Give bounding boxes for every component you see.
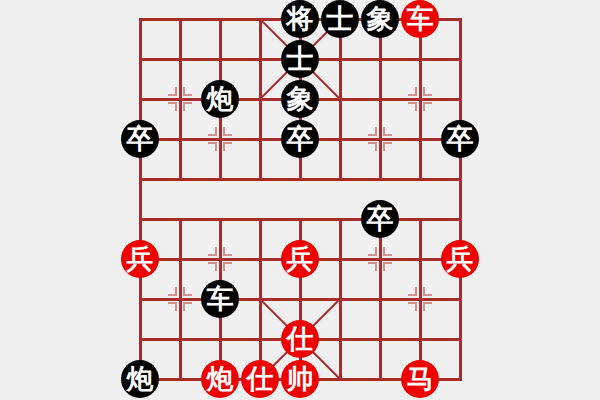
black-elephant-piece[interactable]: 象 bbox=[281, 80, 319, 118]
red-general-piece[interactable]: 帅 bbox=[281, 360, 319, 398]
pieces-layer: 将士象车士炮象卒卒卒卒兵兵兵车仕炮炮仕帅马 bbox=[120, 0, 480, 399]
black-advisor-piece[interactable]: 士 bbox=[321, 0, 359, 38]
black-soldier-piece[interactable]: 卒 bbox=[281, 120, 319, 158]
black-general-piece[interactable]: 将 bbox=[281, 0, 319, 38]
red-cannon-piece[interactable]: 炮 bbox=[201, 360, 239, 398]
black-chariot-piece[interactable]: 车 bbox=[201, 280, 239, 318]
black-cannon-piece[interactable]: 炮 bbox=[121, 360, 159, 398]
red-advisor-piece[interactable]: 仕 bbox=[281, 320, 319, 358]
red-soldier-piece[interactable]: 兵 bbox=[121, 240, 159, 278]
black-cannon-piece[interactable]: 炮 bbox=[201, 80, 239, 118]
red-soldier-piece[interactable]: 兵 bbox=[441, 240, 479, 278]
black-soldier-piece[interactable]: 卒 bbox=[441, 120, 479, 158]
xiangqi-board-screen: 将士象车士炮象卒卒卒卒兵兵兵车仕炮炮仕帅马 bbox=[0, 0, 600, 400]
black-advisor-piece[interactable]: 士 bbox=[281, 40, 319, 78]
black-elephant-piece[interactable]: 象 bbox=[361, 0, 399, 38]
red-soldier-piece[interactable]: 兵 bbox=[281, 240, 319, 278]
red-horse-piece[interactable]: 马 bbox=[401, 360, 439, 398]
red-chariot-piece[interactable]: 车 bbox=[401, 0, 439, 38]
red-advisor-piece[interactable]: 仕 bbox=[241, 360, 279, 398]
black-soldier-piece[interactable]: 卒 bbox=[361, 200, 399, 238]
black-soldier-piece[interactable]: 卒 bbox=[121, 120, 159, 158]
